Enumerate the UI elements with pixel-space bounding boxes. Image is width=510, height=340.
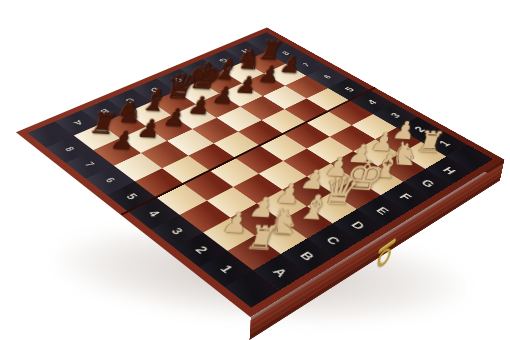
scene: ABCDEFGH8♜♞♝♛♚♝♞♜87♟♟♟♟♟♟♟♟7665544332♟♟♟…: [0, 0, 510, 340]
black-pawn-glyph: ♟: [161, 105, 184, 131]
coord-label: F: [397, 192, 413, 202]
black-pawn[interactable]: ♟: [186, 94, 209, 119]
coord-label: 4: [146, 209, 162, 219]
black-pawn-glyph: ♟: [109, 128, 133, 155]
black-pawn-glyph: ♟: [186, 94, 209, 119]
coord-label: 4: [365, 98, 379, 105]
coord-label: 7: [301, 62, 312, 68]
black-pawn[interactable]: ♟: [161, 105, 184, 131]
white-pawn-glyph: ♟: [220, 208, 247, 237]
black-pawn-glyph: ♟: [135, 116, 159, 142]
black-pawn-glyph: ♟: [234, 73, 256, 98]
coord-label: D: [349, 219, 368, 231]
coord-rank-label-cell: 8: [46, 136, 93, 163]
chess-board[interactable]: ABCDEFGH8♜♞♝♛♚♝♞♜87♟♟♟♟♟♟♟♟7665544332♟♟♟…: [16, 27, 505, 317]
coord-label: 6: [104, 176, 117, 183]
white-pawn[interactable]: ♟: [220, 208, 247, 237]
coord-label: 5: [124, 192, 140, 201]
coord-label: 6: [322, 74, 333, 80]
square-f4[interactable]: [284, 123, 330, 149]
coord-label: H: [441, 165, 458, 175]
black-pawn[interactable]: ♟: [278, 53, 300, 77]
coord-label: C: [324, 234, 343, 246]
black-pawn[interactable]: ♟: [210, 83, 233, 108]
coord-label: 5: [343, 86, 356, 93]
black-pawn-glyph: ♟: [256, 63, 278, 87]
coord-label: 8: [63, 146, 76, 153]
board-tilt-wrapper: ABCDEFGH8♜♞♝♛♚♝♞♜87♟♟♟♟♟♟♟♟7665544332♟♟♟…: [0, 0, 510, 340]
coord-label: A: [71, 119, 84, 126]
brass-clasp-icon: [375, 238, 398, 266]
white-rook-glyph: ♜: [243, 221, 274, 256]
coord-label: 1: [217, 263, 235, 275]
white-rook[interactable]: ♜: [243, 221, 274, 256]
coord-label: 2: [192, 244, 210, 255]
coord-label: G: [419, 178, 437, 189]
black-pawn-glyph: ♟: [278, 53, 300, 77]
coord-label: B: [298, 249, 317, 262]
coord-label: 7: [83, 161, 96, 168]
coord-label: 3: [169, 226, 185, 236]
black-pawn-glyph: ♟: [210, 83, 233, 108]
coord-label: E: [373, 205, 391, 216]
black-pawn[interactable]: ♟: [234, 73, 256, 98]
black-pawn[interactable]: ♟: [256, 63, 278, 87]
board-grid: ABCDEFGH8♜♞♝♛♚♝♞♜87♟♟♟♟♟♟♟♟7665544332♟♟♟…: [27, 32, 493, 308]
black-pawn[interactable]: ♟: [135, 116, 159, 142]
coord-label: A: [270, 265, 290, 278]
black-pawn[interactable]: ♟: [109, 128, 133, 155]
